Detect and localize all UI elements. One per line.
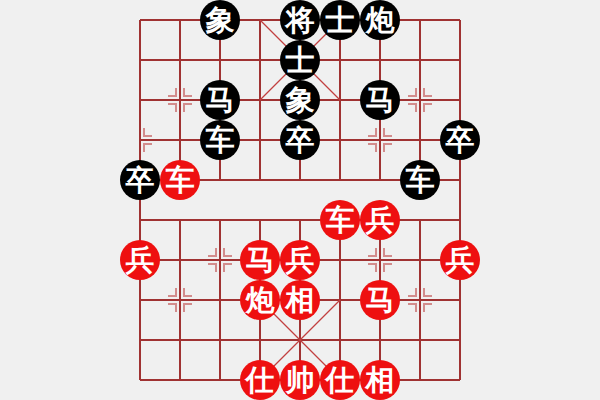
board-point[interactable]: 车 [160, 160, 200, 200]
board-point[interactable] [160, 80, 200, 120]
board-point[interactable]: 仕 [320, 360, 360, 400]
pieces-layer: 象将士炮士马象马车卒卒卒车车车兵兵马兵兵炮相马仕帅仕相 [120, 0, 480, 400]
board-point[interactable]: 兵 [440, 240, 480, 280]
board-point[interactable] [320, 240, 360, 280]
board-point[interactable]: 象 [280, 80, 320, 120]
board-point[interactable] [200, 320, 240, 360]
piece-black-horse[interactable]: 马 [360, 80, 400, 120]
board-point[interactable]: 相 [280, 280, 320, 320]
board-point[interactable] [200, 200, 240, 240]
board-point[interactable] [320, 40, 360, 80]
board-point[interactable] [360, 320, 400, 360]
board-point[interactable] [160, 0, 200, 40]
board-point[interactable] [240, 320, 280, 360]
piece-red-elephant[interactable]: 相 [360, 360, 400, 400]
board-point[interactable] [400, 0, 440, 40]
board-point[interactable] [400, 320, 440, 360]
board-point[interactable] [440, 200, 480, 240]
board-point[interactable]: 马 [240, 240, 280, 280]
board-point[interactable] [360, 160, 400, 200]
board-point[interactable] [160, 240, 200, 280]
board-point[interactable] [160, 280, 200, 320]
board-point[interactable] [240, 200, 280, 240]
board-point[interactable] [440, 320, 480, 360]
board-point[interactable]: 仕 [240, 360, 280, 400]
piece-red-chariot[interactable]: 车 [160, 160, 200, 200]
board-point[interactable] [120, 0, 160, 40]
board-point[interactable] [440, 80, 480, 120]
board-point[interactable] [200, 160, 240, 200]
board-point[interactable] [120, 80, 160, 120]
piece-red-elephant[interactable]: 相 [280, 280, 320, 320]
board-point[interactable]: 兵 [280, 240, 320, 280]
board-point[interactable]: 卒 [280, 120, 320, 160]
board-point[interactable] [280, 200, 320, 240]
board-point[interactable] [360, 40, 400, 80]
board-point[interactable] [200, 240, 240, 280]
board-point[interactable] [240, 120, 280, 160]
board-point[interactable]: 马 [360, 80, 400, 120]
piece-black-advisor[interactable]: 士 [320, 0, 360, 40]
board-point[interactable] [120, 200, 160, 240]
piece-red-soldier[interactable]: 兵 [280, 240, 320, 280]
piece-red-advisor[interactable]: 仕 [240, 360, 280, 400]
piece-black-elephant[interactable]: 象 [200, 0, 240, 40]
piece-black-soldier[interactable]: 卒 [120, 160, 160, 200]
board-point[interactable] [120, 360, 160, 400]
xiangqi-board: 象将士炮士马象马车卒卒卒车车车兵兵马兵兵炮相马仕帅仕相 [0, 0, 600, 400]
board-point[interactable] [440, 360, 480, 400]
board-point[interactable] [120, 40, 160, 80]
piece-red-chariot[interactable]: 车 [320, 200, 360, 240]
board-point[interactable] [360, 120, 400, 160]
piece-red-soldier[interactable]: 兵 [120, 240, 160, 280]
board-point[interactable] [160, 200, 200, 240]
board-point[interactable] [240, 0, 280, 40]
board-point[interactable] [240, 160, 280, 200]
board-point[interactable] [400, 40, 440, 80]
piece-red-horse[interactable]: 马 [360, 280, 400, 320]
board-point[interactable]: 炮 [240, 280, 280, 320]
board-point[interactable] [360, 240, 400, 280]
board-point[interactable] [400, 240, 440, 280]
board-point[interactable]: 马 [360, 280, 400, 320]
board-point[interactable] [120, 120, 160, 160]
piece-black-horse[interactable]: 马 [200, 80, 240, 120]
board-point[interactable] [440, 40, 480, 80]
piece-red-cannon[interactable]: 炮 [240, 280, 280, 320]
board-point[interactable] [400, 360, 440, 400]
board-point[interactable]: 卒 [120, 160, 160, 200]
piece-red-general[interactable]: 帅 [280, 360, 320, 400]
board-point[interactable]: 象 [200, 0, 240, 40]
board-point[interactable] [160, 320, 200, 360]
board-point[interactable] [440, 160, 480, 200]
piece-black-general[interactable]: 将 [280, 0, 320, 40]
board-point[interactable] [320, 120, 360, 160]
board-point[interactable]: 将 [280, 0, 320, 40]
board-point[interactable]: 兵 [360, 200, 400, 240]
board-point[interactable] [240, 40, 280, 80]
piece-red-soldier[interactable]: 兵 [360, 200, 400, 240]
board-point[interactable] [160, 40, 200, 80]
piece-black-advisor[interactable]: 士 [280, 40, 320, 80]
board-point[interactable]: 士 [320, 0, 360, 40]
piece-black-elephant[interactable]: 象 [280, 80, 320, 120]
piece-black-soldier[interactable]: 卒 [440, 120, 480, 160]
board-point[interactable]: 帅 [280, 360, 320, 400]
board-point[interactable]: 马 [200, 80, 240, 120]
board-point[interactable] [320, 280, 360, 320]
board-point[interactable] [160, 360, 200, 400]
piece-black-chariot[interactable]: 车 [200, 120, 240, 160]
board-point[interactable]: 车 [200, 120, 240, 160]
board-point[interactable] [160, 120, 200, 160]
piece-black-soldier[interactable]: 卒 [280, 120, 320, 160]
board-point[interactable] [120, 280, 160, 320]
board-point[interactable] [440, 280, 480, 320]
board-point[interactable]: 兵 [120, 240, 160, 280]
piece-black-cannon[interactable]: 炮 [360, 0, 400, 40]
piece-black-chariot[interactable]: 车 [400, 160, 440, 200]
board-point[interactable] [240, 80, 280, 120]
board-point[interactable]: 士 [280, 40, 320, 80]
piece-red-soldier[interactable]: 兵 [440, 240, 480, 280]
piece-red-horse[interactable]: 马 [240, 240, 280, 280]
board-point[interactable]: 炮 [360, 0, 400, 40]
board-point[interactable] [200, 280, 240, 320]
board-point[interactable] [120, 320, 160, 360]
board-point[interactable] [440, 0, 480, 40]
board-point[interactable]: 卒 [440, 120, 480, 160]
board-point[interactable] [400, 80, 440, 120]
board-point[interactable] [200, 40, 240, 80]
board-point[interactable]: 相 [360, 360, 400, 400]
piece-red-advisor[interactable]: 仕 [320, 360, 360, 400]
board-point[interactable] [280, 320, 320, 360]
board-point[interactable] [200, 360, 240, 400]
board-point[interactable] [320, 80, 360, 120]
board-point[interactable] [400, 120, 440, 160]
board-point[interactable] [280, 160, 320, 200]
board-point[interactable] [400, 200, 440, 240]
board-point[interactable] [400, 280, 440, 320]
board-point[interactable]: 车 [400, 160, 440, 200]
board-point[interactable]: 车 [320, 200, 360, 240]
board-point[interactable] [320, 160, 360, 200]
board-point[interactable] [320, 320, 360, 360]
